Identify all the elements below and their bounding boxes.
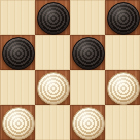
dark-square-r0c3[interactable] xyxy=(105,0,140,35)
light-square-r2c0 xyxy=(0,70,35,105)
black-checker-piece[interactable] xyxy=(2,37,35,70)
light-square-r1c3 xyxy=(105,35,140,70)
light-square-r0c2 xyxy=(70,0,105,35)
white-checker-piece[interactable] xyxy=(2,107,35,140)
checkers-board xyxy=(0,0,140,140)
dark-square-r0c1[interactable] xyxy=(35,0,70,35)
light-square-r2c2 xyxy=(70,70,105,105)
black-checker-piece[interactable] xyxy=(107,2,140,35)
white-checker-piece[interactable] xyxy=(107,72,140,105)
dark-square-r1c2[interactable] xyxy=(70,35,105,70)
dark-square-r1c0[interactable] xyxy=(0,35,35,70)
light-square-r3c3 xyxy=(105,105,140,140)
black-checker-piece[interactable] xyxy=(37,2,70,35)
light-square-r0c0 xyxy=(0,0,35,35)
dark-square-r3c0[interactable] xyxy=(0,105,35,140)
black-checker-piece[interactable] xyxy=(72,37,105,70)
dark-square-r2c3[interactable] xyxy=(105,70,140,105)
dark-square-r3c2[interactable] xyxy=(70,105,105,140)
light-square-r1c1 xyxy=(35,35,70,70)
dark-square-r2c1[interactable] xyxy=(35,70,70,105)
white-checker-piece[interactable] xyxy=(37,72,70,105)
light-square-r3c1 xyxy=(35,105,70,140)
white-checker-piece[interactable] xyxy=(72,107,105,140)
